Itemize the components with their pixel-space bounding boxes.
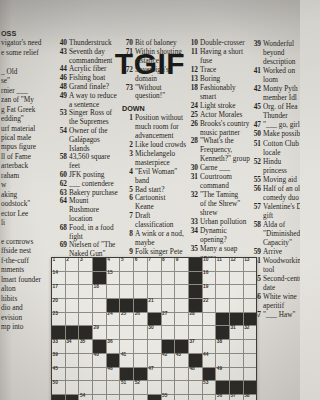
clue-number: 9 (122, 248, 135, 257)
clue-number: 56 (250, 184, 263, 193)
clue-number: 57 (250, 202, 263, 211)
grid-cell[interactable] (175, 272, 188, 285)
grid-cell[interactable]: 50 (52, 381, 65, 394)
grid-cell[interactable]: 30 (148, 326, 161, 339)
grid-cell[interactable]: 42 (162, 354, 175, 367)
clue-line: 59Arrive (250, 247, 300, 256)
grid-cell[interactable]: 36 (107, 340, 120, 353)
grid-cell[interactable] (134, 354, 147, 367)
black-cell (244, 313, 257, 326)
clue-line: Capacity" (250, 238, 300, 247)
clue-number: 55 (250, 175, 263, 184)
clue-text: date (263, 283, 275, 292)
grid-cell[interactable]: 9 (175, 258, 188, 271)
cell-number: 14 (53, 271, 58, 276)
grid-cell[interactable]: 18 (93, 285, 106, 298)
clue-line: 66White wine (250, 292, 300, 301)
clue-text: "___ Haw" (263, 310, 296, 319)
grid-cell[interactable] (175, 368, 188, 381)
grid-cell[interactable] (120, 340, 133, 353)
grid-cell[interactable] (134, 395, 147, 400)
cell-number: 15 (107, 271, 112, 276)
grid-cell[interactable] (66, 381, 79, 394)
clue-text: Second-centu (263, 274, 300, 283)
cell-number: 32 (244, 326, 249, 331)
grid-cell[interactable] (120, 395, 133, 400)
clue-line: loom (250, 75, 300, 84)
clue-line: zan of "My (1, 95, 49, 104)
grid-cell[interactable]: 27 (162, 313, 175, 326)
clue-text: beyond (263, 48, 284, 57)
black-cell (189, 354, 202, 367)
grid-cell[interactable] (175, 299, 188, 312)
grid-cell[interactable]: 2 (66, 258, 79, 271)
grid-cell[interactable] (79, 381, 92, 394)
grid-cell[interactable] (216, 354, 229, 367)
clue-text: description (263, 57, 295, 66)
clue-number: 58 (250, 220, 263, 229)
grid-cell[interactable]: 46 (107, 368, 120, 381)
black-cell (52, 326, 65, 339)
cell-number: 44 (203, 353, 208, 358)
clue-line: 18Fashionably (187, 84, 249, 93)
cell-number: 3 (80, 258, 83, 263)
black-cell (148, 395, 161, 400)
grid-cell[interactable] (66, 285, 79, 298)
cell-number: 34 (66, 340, 71, 345)
cell-number: 21 (148, 299, 153, 304)
clue-text: Thunder (263, 111, 288, 120)
clue-number: 1 (122, 114, 135, 123)
clue-line: ll of Fame (1, 152, 49, 161)
black-cell (93, 340, 106, 353)
grid-cell[interactable]: 16 (203, 272, 216, 285)
grid-cell[interactable]: 4 (107, 258, 120, 271)
grid-cell[interactable]: 26 (134, 313, 147, 326)
clue-section-header: OSS (1, 29, 49, 38)
grid-cell[interactable] (189, 326, 202, 339)
clue-line: tool (250, 265, 300, 274)
clue-column-left-clipped: OSSvigator's neede some relief _ Oldse"r… (1, 29, 49, 332)
grid-cell[interactable]: 13 (244, 258, 257, 271)
clue-line: description (250, 57, 300, 66)
grid-cell[interactable] (203, 313, 216, 326)
clue-text: Hindu (263, 157, 281, 166)
grid-cell[interactable] (93, 395, 106, 400)
grid-cell[interactable]: 41 (120, 354, 133, 367)
black-cell (66, 326, 79, 339)
grid-cell[interactable]: 23 (52, 313, 65, 326)
black-cell (120, 368, 133, 381)
black-cell (203, 368, 216, 381)
grid-cell[interactable] (203, 395, 216, 400)
clue-text: Worked on (263, 66, 295, 75)
grid-cell[interactable]: 56 (216, 395, 229, 400)
grid-cell[interactable]: 21 (148, 299, 161, 312)
clue-line: date (250, 283, 300, 292)
clue-line: 61Woodworkin (250, 256, 300, 265)
black-cell (230, 313, 243, 326)
grid-cell[interactable] (79, 272, 92, 285)
black-cell (189, 299, 202, 312)
black-cell (93, 272, 106, 285)
grid-cell[interactable]: 34 (66, 340, 79, 353)
grid-cell[interactable] (230, 368, 243, 381)
clue-text: Monty Pyth (263, 84, 298, 93)
clue-line: edding" (1, 114, 49, 123)
grid-cell[interactable]: 31 (230, 326, 243, 339)
black-cell (244, 381, 257, 394)
grid-cell[interactable] (230, 340, 243, 353)
clue-line: 51Cotton Club (250, 139, 300, 148)
clue-line: alton (1, 284, 49, 293)
grid-cell[interactable]: 45 (52, 368, 65, 381)
grid-cell[interactable]: 28 (189, 313, 202, 326)
clue-number: 54 (56, 127, 69, 136)
cell-number: 37 (189, 340, 194, 345)
cell-number: 31 (230, 326, 235, 331)
clue-number: 4 (122, 168, 135, 177)
grid-cell[interactable] (66, 354, 79, 367)
cell-number: 47 (148, 367, 153, 372)
black-cell (134, 368, 147, 381)
grid-cell[interactable]: 57 (230, 395, 243, 400)
clue-number: 6 (122, 194, 135, 203)
cell-number: 43 (176, 353, 181, 358)
cell-number: 41 (121, 353, 126, 358)
clue-text: question!" (135, 92, 165, 101)
grid-cell[interactable] (175, 313, 188, 326)
cell-number: 46 (107, 367, 112, 372)
clue-text: princess (263, 166, 287, 175)
clue-line: se" (1, 76, 49, 85)
crossword-grid: 1234567891011121314151617181920212223242… (51, 257, 257, 400)
grid-cell[interactable] (134, 285, 147, 298)
black-cell (120, 299, 133, 312)
clue-number: 41 (250, 66, 263, 75)
clue-text: Half of an ol (263, 184, 300, 193)
clue-line: 55Moving aid (250, 175, 300, 184)
grid-cell[interactable]: 29 (93, 326, 106, 339)
grid-cell[interactable]: 17 (52, 285, 65, 298)
clue-line: comedy duo (250, 193, 300, 202)
grid-cell[interactable] (189, 381, 202, 394)
grid-cell[interactable] (79, 368, 92, 381)
grid-cell[interactable]: 22 (203, 299, 216, 312)
cell-number: 49 (217, 367, 222, 372)
clue-line: f-the-cuff (1, 256, 49, 265)
clue-number: 43 (56, 48, 69, 57)
clue-line: 57Valentine's D (250, 202, 300, 211)
clue-line: 42Monty Pyth (250, 84, 300, 93)
grid-cell[interactable] (189, 395, 202, 400)
grid-cell[interactable] (216, 285, 229, 298)
cell-number: 29 (94, 326, 99, 331)
cell-number: 4 (107, 258, 110, 263)
grid-cell[interactable] (230, 285, 243, 298)
grid-cell[interactable]: 24 (107, 313, 120, 326)
black-cell (93, 258, 106, 271)
grid-cell[interactable]: 15 (107, 272, 120, 285)
cell-number: 20 (53, 299, 58, 304)
grid-cell[interactable]: 3 (79, 258, 92, 271)
grid-cell[interactable]: 40 (93, 354, 106, 367)
grid-cell[interactable] (66, 299, 79, 312)
grid-cell[interactable]: 11 (216, 258, 229, 271)
clue-line: beyond (250, 48, 300, 57)
clue-number: 47 (250, 120, 263, 129)
grid-cell[interactable] (148, 272, 161, 285)
grid-cell[interactable] (93, 381, 106, 394)
grid-cell[interactable]: 19 (203, 285, 216, 298)
grid-cell[interactable]: 12 (230, 258, 243, 271)
grid-cell[interactable]: 44 (203, 354, 216, 367)
cell-number: 36 (107, 340, 112, 345)
grid-cell[interactable] (216, 299, 229, 312)
clue-number: 28 (187, 137, 200, 146)
grid-cell[interactable]: 33 (52, 340, 65, 353)
cell-number: 51 (121, 381, 126, 386)
clue-line: 11Having a short (187, 48, 249, 57)
clue-line: g Fat Greek (1, 105, 49, 114)
grid-cell[interactable] (203, 340, 216, 353)
clue-text: Wonderful (263, 39, 294, 48)
grid-cell[interactable]: 47 (148, 368, 161, 381)
clue-text: gift (263, 211, 273, 220)
grid-cell[interactable]: 8 (162, 258, 175, 271)
clue-number: 58 (56, 153, 69, 162)
grid-cell[interactable] (244, 272, 257, 285)
clue-line: vigator's need (1, 38, 49, 47)
grid-cell[interactable]: 1 (52, 258, 65, 271)
clue-line: 9Folk singer Pete (122, 248, 186, 257)
grid-cell[interactable] (107, 381, 120, 394)
grid-cell[interactable]: 38 (216, 340, 229, 353)
grid-cell[interactable] (230, 299, 243, 312)
black-cell (107, 299, 120, 312)
clue-text: Alda of (263, 220, 285, 229)
cell-number: 30 (148, 326, 153, 331)
black-cell (134, 299, 147, 312)
grid-cell[interactable] (175, 285, 188, 298)
grid-cell[interactable]: 6 (134, 258, 147, 271)
black-cell (66, 395, 79, 400)
grid-cell[interactable] (216, 272, 229, 285)
grid-cell[interactable]: 14 (52, 272, 65, 285)
black-cell (230, 381, 243, 394)
grid-cell[interactable] (79, 285, 92, 298)
black-cell (216, 381, 229, 394)
clue-line: 4"Evil Woman" (122, 168, 186, 177)
grid-cell[interactable] (148, 285, 161, 298)
clue-line: mp into (1, 322, 49, 331)
cell-number: 17 (53, 285, 58, 290)
cell-number: 52 (135, 381, 140, 386)
grid-cell[interactable] (244, 285, 257, 298)
grid-cell[interactable]: 5 (120, 258, 133, 271)
cell-number: 50 (53, 381, 58, 386)
grid-cell[interactable]: 10 (203, 258, 216, 271)
clue-line: lmart founder (1, 275, 49, 284)
grid-cell[interactable] (134, 340, 147, 353)
clue-text: "___ go, girl (263, 120, 300, 129)
clue-text: White wine (263, 292, 297, 301)
clue-line: raham (1, 171, 49, 180)
grid-cell[interactable] (162, 272, 175, 285)
clue-line: 35Many a soap (187, 245, 249, 254)
grid-cell[interactable]: 37 (189, 340, 202, 353)
grid-cell[interactable] (66, 313, 79, 326)
grid-cell[interactable]: 32 (244, 326, 257, 339)
grid-cell[interactable]: 7 (148, 258, 161, 271)
grid-cell[interactable]: 51 (120, 381, 133, 394)
grid-cell[interactable] (148, 340, 161, 353)
clue-number: 53 (56, 109, 69, 118)
cell-number: 16 (203, 271, 208, 276)
cell-number: 2 (66, 258, 69, 263)
clue-number: 18 (187, 84, 200, 93)
clue-number: 31 (187, 173, 200, 182)
grid-cell[interactable]: 25 (120, 313, 133, 326)
cell-number: 57 (230, 394, 235, 399)
clue-number: 39 (250, 39, 263, 48)
cell-number: 7 (148, 258, 151, 263)
grid-cell[interactable] (79, 299, 92, 312)
cell-number: 38 (217, 340, 222, 345)
cell-number: 22 (203, 299, 208, 304)
grid-cell[interactable]: 48 (189, 368, 202, 381)
grid-cell[interactable] (162, 299, 175, 312)
clue-line: mpus figure (1, 142, 49, 151)
grid-cell[interactable]: 20 (52, 299, 65, 312)
clue-text: Make possib (263, 129, 300, 138)
cell-number: 27 (162, 312, 167, 317)
grid-cell[interactable] (244, 354, 257, 367)
grid-cell[interactable]: 55 (162, 395, 175, 400)
clue-number: 34 (187, 227, 200, 236)
grid-cell[interactable] (93, 368, 106, 381)
cell-number: 56 (217, 394, 222, 399)
grid-cell[interactable] (120, 272, 133, 285)
grid-cell[interactable] (175, 381, 188, 394)
cell-number: 13 (244, 258, 249, 263)
grid-cell[interactable]: 49 (216, 368, 229, 381)
grid-cell[interactable] (244, 299, 257, 312)
clue-line: "Diminished (250, 229, 300, 238)
grid-cell[interactable] (120, 326, 133, 339)
clue-line: arterback (1, 161, 49, 170)
clue-line: 65Second-centu (250, 274, 300, 283)
clue-text: Cotton Club (263, 139, 299, 148)
cell-number: 40 (94, 353, 99, 358)
grid-cell[interactable] (134, 272, 147, 285)
grid-cell[interactable]: 54 (79, 395, 92, 400)
cell-number: 35 (80, 340, 85, 345)
clue-number: 32 (187, 191, 200, 200)
cell-number: 55 (162, 394, 167, 399)
grid-cell[interactable] (175, 395, 188, 400)
clue-line: rnier ___ (1, 86, 49, 95)
clue-line: hibits (1, 294, 49, 303)
clue-column-across-40-69: 40Thunderstruck43Seventh daycommandment4… (56, 39, 122, 259)
clue-number: 42 (250, 84, 263, 93)
grid-cell[interactable] (162, 285, 175, 298)
grid-cell[interactable]: 58 (244, 395, 257, 400)
cell-number: 8 (162, 258, 165, 263)
grid-cell[interactable] (162, 326, 175, 339)
clue-line: mments (1, 265, 49, 274)
clue-line: 8A wink or a nod, (122, 230, 186, 239)
black-cell (162, 340, 175, 353)
cell-number: 5 (121, 258, 124, 263)
black-cell (79, 326, 92, 339)
grid-cell[interactable] (203, 326, 216, 339)
grid-cell[interactable] (107, 285, 120, 298)
grid-cell[interactable] (93, 313, 106, 326)
grid-cell[interactable] (79, 313, 92, 326)
clue-line: ffside nest (1, 246, 49, 255)
grid-cell[interactable] (230, 272, 243, 285)
clue-text: "Diminished (263, 229, 300, 238)
grid-cell[interactable] (107, 326, 120, 339)
cell-number: 19 (203, 285, 208, 290)
grid-cell[interactable]: 52 (134, 381, 147, 394)
clue-line: dio and (1, 303, 49, 312)
clue-number: 49 (56, 92, 69, 101)
grid-cell[interactable]: 53 (203, 381, 216, 394)
grid-cell[interactable]: 35 (79, 340, 92, 353)
clue-column-down-39-67: 39Wonderfulbeyonddescription41Worked onl… (250, 39, 300, 319)
grid-cell[interactable] (175, 326, 188, 339)
clue-text: loom (263, 75, 278, 84)
clue-text: locale (263, 148, 280, 157)
clue-number: 3 (122, 150, 135, 159)
grid-cell[interactable] (66, 272, 79, 285)
clue-line (1, 57, 49, 66)
grid-cell[interactable] (66, 368, 79, 381)
clue-number: 64 (56, 197, 69, 206)
clue-line: aking (1, 190, 49, 199)
black-cell (216, 313, 229, 326)
grid-cell[interactable]: 39 (52, 354, 65, 367)
grid-cell[interactable] (134, 326, 147, 339)
clue-number: 52 (250, 157, 263, 166)
clue-line: 67"___ Haw" (250, 310, 300, 319)
clue-text: Woodworkin (263, 256, 300, 265)
clue-number: 50 (250, 129, 263, 138)
grid-cell[interactable] (244, 368, 257, 381)
grid-cell[interactable] (162, 368, 175, 381)
clue-line: pical male (1, 133, 49, 142)
grid-cell[interactable] (162, 381, 175, 394)
grid-cell[interactable] (148, 354, 161, 367)
grid-cell[interactable] (244, 340, 257, 353)
clue-text: comedy duo (263, 193, 299, 202)
clue-text: Capacity" (263, 238, 292, 247)
grid-cell[interactable] (93, 299, 106, 312)
grid-cell[interactable] (79, 354, 92, 367)
grid-cell[interactable] (120, 285, 133, 298)
grid-cell[interactable] (230, 354, 243, 367)
black-cell (52, 395, 65, 400)
clue-number: 72 (122, 66, 135, 75)
clue-line: evision (1, 313, 49, 322)
clue-line: oodstock" (1, 199, 49, 208)
grid-cell[interactable] (107, 395, 120, 400)
clue-text: aperitif (263, 301, 284, 310)
grid-cell[interactable]: 43 (175, 354, 188, 367)
grid-cell[interactable] (148, 381, 161, 394)
